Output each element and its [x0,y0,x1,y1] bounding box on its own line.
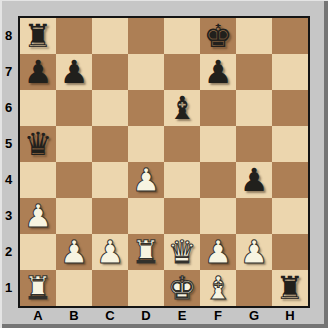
square-f6[interactable] [200,90,236,126]
square-h3[interactable] [272,198,308,234]
square-g5[interactable] [236,126,272,162]
square-b8[interactable] [56,18,92,54]
square-d2[interactable]: ♜ [128,234,164,270]
square-g8[interactable] [236,18,272,54]
file-label-e: E [164,307,200,324]
square-e7[interactable] [164,54,200,90]
black-pawn[interactable]: ♟ [204,54,233,90]
square-b4[interactable] [56,162,92,198]
square-c3[interactable] [92,198,128,234]
white-rook[interactable]: ♜ [132,234,161,270]
square-a7[interactable]: ♟ [20,54,56,90]
square-a4[interactable] [20,162,56,198]
white-pawn[interactable]: ♟ [132,162,161,198]
square-h6[interactable] [272,90,308,126]
square-a1[interactable]: ♜ [20,270,56,306]
square-e1[interactable]: ♚ [164,270,200,306]
square-f1[interactable]: ♝ [200,270,236,306]
black-rook[interactable]: ♜ [24,18,53,54]
white-pawn[interactable]: ♟ [240,234,269,270]
square-d1[interactable] [128,270,164,306]
square-d4[interactable]: ♟ [128,162,164,198]
square-g4[interactable]: ♟ [236,162,272,198]
square-b6[interactable] [56,90,92,126]
square-c6[interactable] [92,90,128,126]
rank-label-1: 1 [0,270,17,306]
rank-label-4: 4 [0,162,17,198]
file-label-a: A [20,307,56,324]
square-a6[interactable] [20,90,56,126]
file-label-b: B [56,307,92,324]
rank-label-3: 3 [0,198,17,234]
white-rook[interactable]: ♜ [24,270,53,306]
black-pawn[interactable]: ♟ [24,54,53,90]
square-b1[interactable] [56,270,92,306]
square-d3[interactable] [128,198,164,234]
square-d5[interactable] [128,126,164,162]
square-b2[interactable]: ♟ [56,234,92,270]
square-e5[interactable] [164,126,200,162]
rank-label-5: 5 [0,126,17,162]
file-label-h: H [272,307,308,324]
white-king[interactable]: ♚ [168,270,197,306]
square-g6[interactable] [236,90,272,126]
square-d8[interactable] [128,18,164,54]
rank-label-8: 8 [0,18,17,54]
white-bishop[interactable]: ♝ [204,270,233,306]
square-e4[interactable] [164,162,200,198]
black-pawn[interactable]: ♟ [240,162,269,198]
white-queen[interactable]: ♛ [168,234,197,270]
square-a2[interactable] [20,234,56,270]
white-pawn[interactable]: ♟ [96,234,125,270]
square-e8[interactable] [164,18,200,54]
square-a8[interactable]: ♜ [20,18,56,54]
square-f4[interactable] [200,162,236,198]
square-c7[interactable] [92,54,128,90]
square-b5[interactable] [56,126,92,162]
file-label-f: F [200,307,236,324]
square-c2[interactable]: ♟ [92,234,128,270]
file-label-d: D [128,307,164,324]
square-g2[interactable]: ♟ [236,234,272,270]
square-d7[interactable] [128,54,164,90]
black-king[interactable]: ♚ [204,18,233,54]
square-g7[interactable] [236,54,272,90]
square-c5[interactable] [92,126,128,162]
square-f5[interactable] [200,126,236,162]
square-a3[interactable]: ♟ [20,198,56,234]
square-b7[interactable]: ♟ [56,54,92,90]
square-e2[interactable]: ♛ [164,234,200,270]
square-f3[interactable] [200,198,236,234]
black-bishop[interactable]: ♝ [168,90,197,126]
square-g3[interactable] [236,198,272,234]
square-f7[interactable]: ♟ [200,54,236,90]
square-f2[interactable]: ♟ [200,234,236,270]
square-h4[interactable] [272,162,308,198]
white-pawn[interactable]: ♟ [24,198,53,234]
rank-label-7: 7 [0,54,17,90]
square-c8[interactable] [92,18,128,54]
square-h1[interactable]: ♜ [272,270,308,306]
white-pawn[interactable]: ♟ [60,234,89,270]
square-e3[interactable] [164,198,200,234]
square-h8[interactable] [272,18,308,54]
square-e6[interactable]: ♝ [164,90,200,126]
square-c1[interactable] [92,270,128,306]
square-c4[interactable] [92,162,128,198]
black-queen[interactable]: ♛ [24,126,53,162]
rank-label-2: 2 [0,234,17,270]
board-frame: ♜♚♟♟♟♝♛♟♟♟♟♟♜♛♟♟♜♚♝♜ 87654321 ABCDEFGH [0,0,328,328]
square-h5[interactable] [272,126,308,162]
black-pawn[interactable]: ♟ [60,54,89,90]
square-h2[interactable] [272,234,308,270]
square-d6[interactable] [128,90,164,126]
square-f8[interactable]: ♚ [200,18,236,54]
file-label-g: G [236,307,272,324]
square-a5[interactable]: ♛ [20,126,56,162]
file-label-c: C [92,307,128,324]
chess-board: ♜♚♟♟♟♝♛♟♟♟♟♟♜♛♟♟♜♚♝♜ [18,16,310,308]
square-h7[interactable] [272,54,308,90]
rank-label-6: 6 [0,90,17,126]
white-pawn[interactable]: ♟ [204,234,233,270]
square-g1[interactable] [236,270,272,306]
black-rook[interactable]: ♜ [276,270,305,306]
square-b3[interactable] [56,198,92,234]
